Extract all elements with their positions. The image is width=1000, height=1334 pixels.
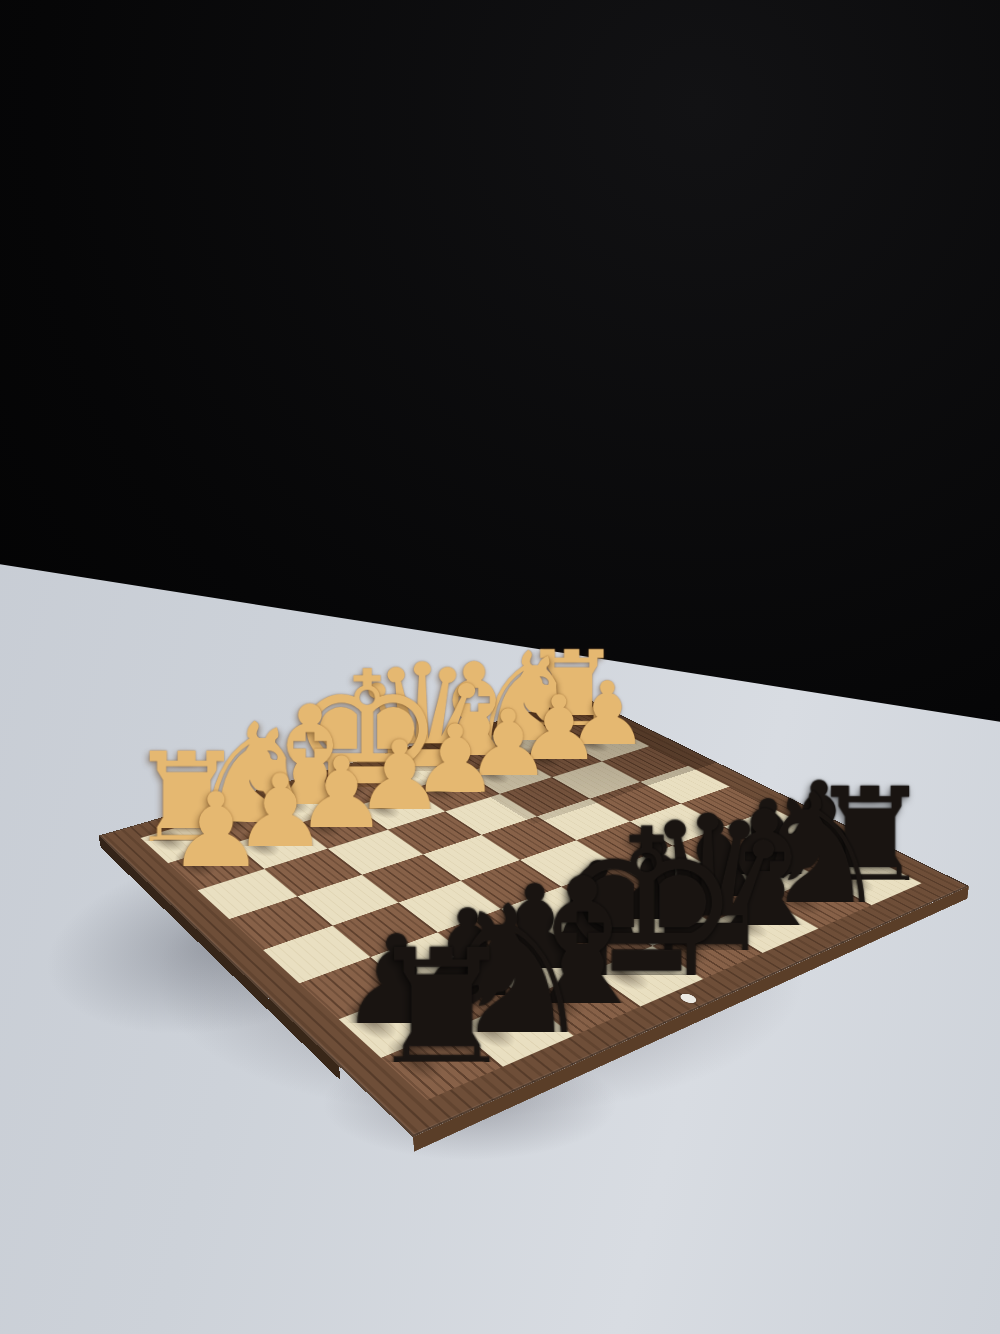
brand-plaque-dot [677, 992, 699, 1005]
piece-glyph: ♟ [167, 790, 265, 877]
square-h8: ♜ [381, 1027, 503, 1100]
photo-stage: ♜♟♟♜♞♟♟♞♝♟♟♝♛♟♟♛♚♟♟♚♝♟♟♝♞♟♟♞♜♟♟♜ Wooden … [0, 0, 1000, 1334]
piece-glyph: ♜ [366, 944, 518, 1079]
chess-board: ♜♟♟♜♞♟♟♞♝♟♟♝♛♟♟♛♚♟♟♚♝♟♟♝♞♟♟♞♜♟♟♜ [99, 697, 969, 1137]
board-grid: ♜♟♟♜♞♟♟♞♝♟♟♝♛♟♟♛♚♟♟♚♝♟♟♝♞♟♟♞♜♟♟♜ [141, 710, 922, 1100]
scene: ♜♟♟♜♞♟♟♞♝♟♟♝♛♟♟♛♚♟♟♚♝♟♟♝♞♟♟♞♜♟♟♜ [0, 0, 1000, 1334]
